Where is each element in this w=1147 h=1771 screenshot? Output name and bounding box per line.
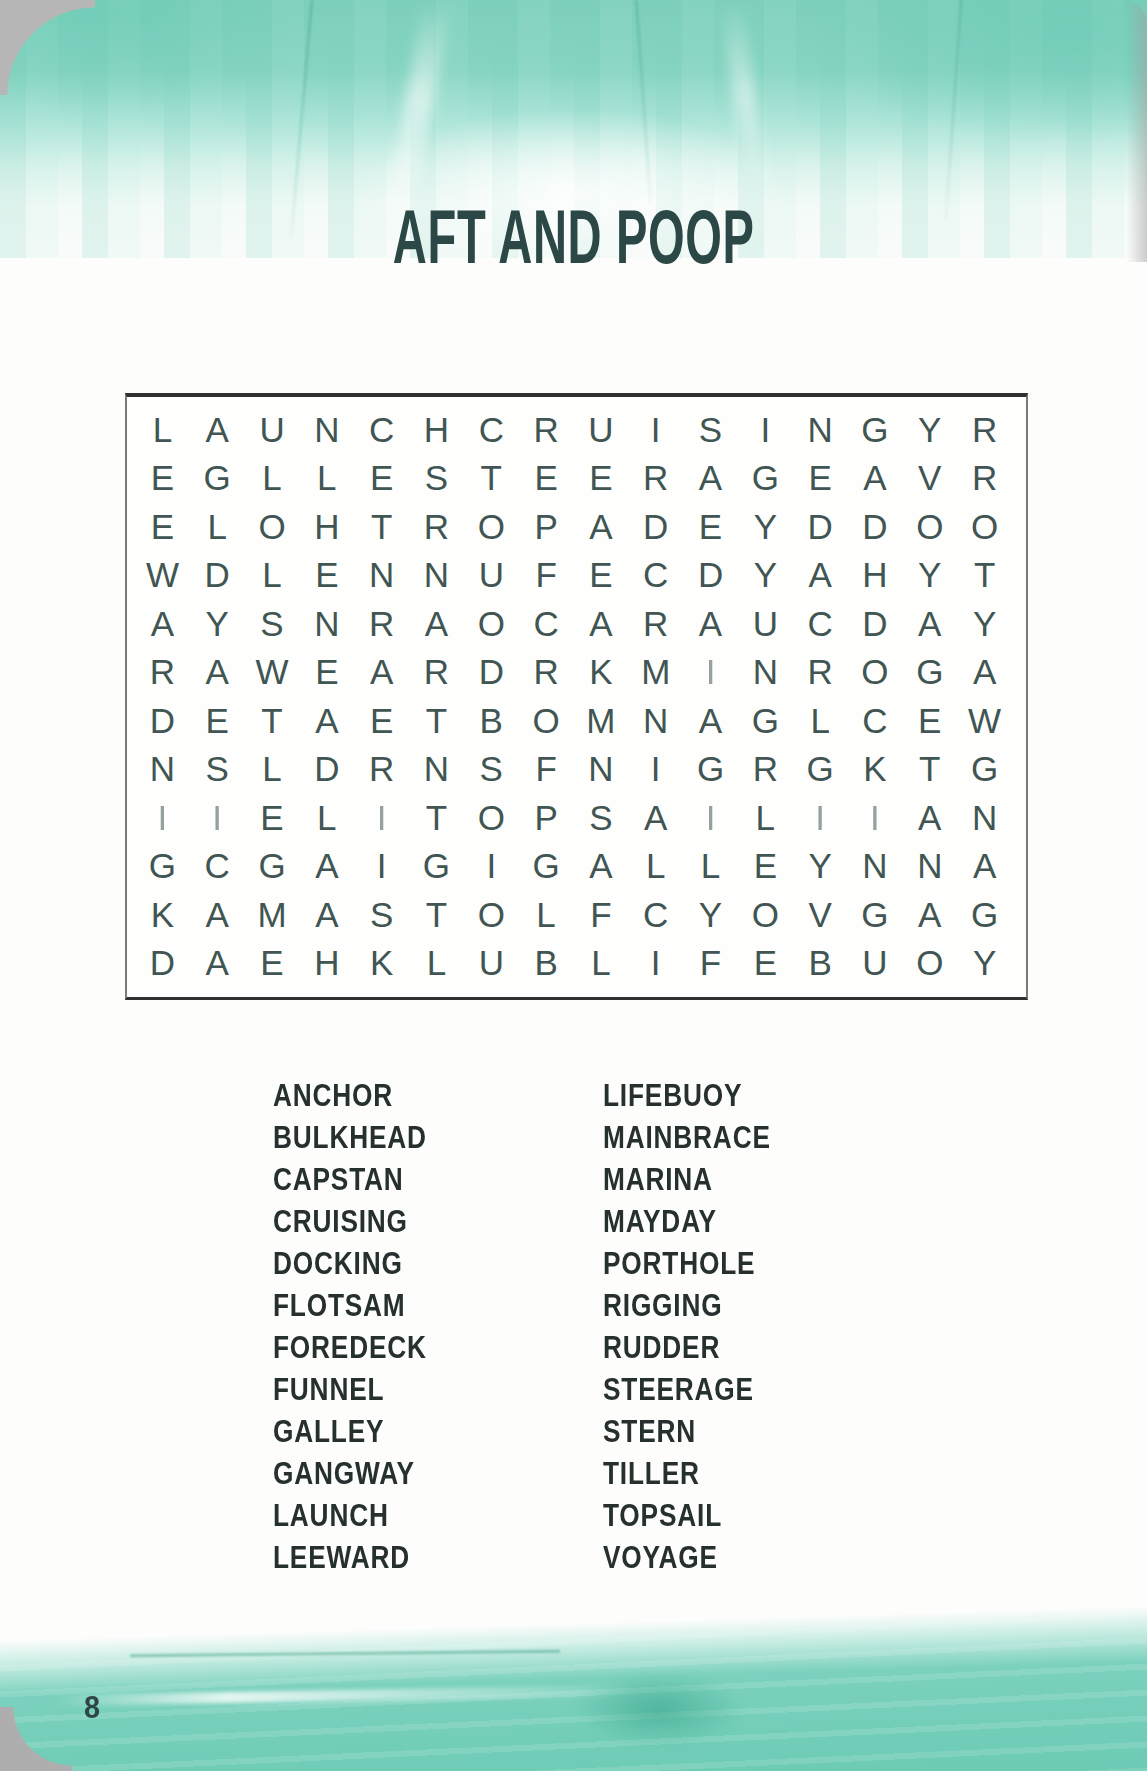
grid-cell-r3c13[interactable]: D bbox=[793, 502, 848, 551]
grid-cell-r6c13[interactable]: R bbox=[793, 648, 848, 697]
grid-cell-r11c1[interactable]: K bbox=[135, 890, 190, 939]
word-search-grid: LAUNCHCRUISINGYREGLLESTEERAGEAVRELOHTROP… bbox=[125, 393, 1028, 1000]
grid-cell-r12c14[interactable]: U bbox=[848, 939, 903, 988]
grid-cell-r10c16[interactable]: A bbox=[957, 842, 1012, 891]
grid-cell-r3c14[interactable]: D bbox=[848, 502, 903, 551]
grid-cell-r8c13[interactable]: G bbox=[793, 745, 848, 794]
grid-cell-r7c6[interactable]: T bbox=[409, 696, 464, 745]
grid-cell-r2c4[interactable]: L bbox=[299, 454, 354, 503]
grid-cell-r12c6[interactable]: L bbox=[409, 939, 464, 988]
grid-cell-r7c10[interactable]: N bbox=[628, 696, 683, 745]
grid-cell-r8c6[interactable]: N bbox=[409, 745, 464, 794]
grid-cell-r3c2[interactable]: L bbox=[190, 502, 245, 551]
word-list-item[interactable]: GALLEY bbox=[273, 1410, 544, 1452]
word-list-item[interactable]: MARINA bbox=[603, 1158, 874, 1200]
scan-corner-top-left bbox=[0, 0, 95, 95]
word-list-item[interactable]: MAYDAY bbox=[603, 1200, 874, 1242]
grid-cell-r9c5[interactable]: I bbox=[354, 793, 409, 842]
grid-cell-r2c12[interactable]: G bbox=[738, 454, 793, 503]
grid-cell-r2c8[interactable]: E bbox=[519, 454, 574, 503]
grid-cell-r10c11[interactable]: L bbox=[683, 842, 738, 891]
grid-cell-r1c6[interactable]: H bbox=[409, 405, 464, 454]
grid-cell-r6c5[interactable]: A bbox=[354, 648, 409, 697]
grid-cell-r7c14[interactable]: C bbox=[848, 696, 903, 745]
grid-cell-r8c12[interactable]: R bbox=[738, 745, 793, 794]
grid-cell-r9c1[interactable]: I bbox=[135, 793, 190, 842]
grid-cell-r12c12[interactable]: E bbox=[738, 939, 793, 988]
grid-cell-r5c16[interactable]: Y bbox=[957, 599, 1012, 648]
grid-cell-r10c15[interactable]: N bbox=[902, 842, 957, 891]
grid-cell-r9c7[interactable]: O bbox=[464, 793, 519, 842]
watercolor-swirl bbox=[552, 1662, 767, 1757]
grid-cell-r1c8[interactable]: R bbox=[519, 405, 574, 454]
grid-cell-r11c8[interactable]: L bbox=[519, 890, 574, 939]
grid-cell-r7c4[interactable]: A bbox=[299, 696, 354, 745]
grid-cell-r10c14[interactable]: N bbox=[848, 842, 903, 891]
grid-cell-r2c6[interactable]: S bbox=[409, 454, 464, 503]
grid-cell-r12c10[interactable]: I bbox=[628, 939, 683, 988]
grid-cell-r10c13[interactable]: Y bbox=[793, 842, 848, 891]
word-list-column-right: LIFEBUOYMAINBRACEMARINAMAYDAYPORTHOLERIG… bbox=[603, 1074, 933, 1578]
word-list-item[interactable]: ANCHOR bbox=[273, 1074, 544, 1116]
grid-cell-r3c1[interactable]: E bbox=[135, 502, 190, 551]
grid-cell-r8c8[interactable]: F bbox=[519, 745, 574, 794]
grid-cell-r8c9[interactable]: N bbox=[574, 745, 629, 794]
word-list-item[interactable]: RUDDER bbox=[603, 1326, 874, 1368]
grid-cell-r2c3[interactable]: L bbox=[245, 454, 300, 503]
grid-cell-r11c14[interactable]: G bbox=[848, 890, 903, 939]
grid-cell-r4c6[interactable]: N bbox=[409, 551, 464, 600]
grid-cell-r5c1[interactable]: A bbox=[135, 599, 190, 648]
grid-cell-r3c4[interactable]: H bbox=[299, 502, 354, 551]
grid-cell-r6c15[interactable]: G bbox=[902, 648, 957, 697]
grid-cell-r1c12[interactable]: I bbox=[738, 405, 793, 454]
grid-cell-r4c13[interactable]: A bbox=[793, 551, 848, 600]
word-list-item[interactable]: MAINBRACE bbox=[603, 1116, 874, 1158]
grid-cell-r1c11[interactable]: S bbox=[683, 405, 738, 454]
grid-cell-r12c1[interactable]: D bbox=[135, 939, 190, 988]
grid-cell-r1c2[interactable]: A bbox=[190, 405, 245, 454]
grid-cell-r2c16[interactable]: R bbox=[957, 454, 1012, 503]
grid-cell-r10c9[interactable]: A bbox=[574, 842, 629, 891]
word-list-item[interactable]: CRUISING bbox=[273, 1200, 544, 1242]
word-list: ANCHORBULKHEADCAPSTANCRUISINGDOCKINGFLOT… bbox=[273, 1074, 933, 1578]
grid-cell-r11c2[interactable]: A bbox=[190, 890, 245, 939]
grid-cell-r9c9[interactable]: S bbox=[574, 793, 629, 842]
grid-cell-r10c2[interactable]: C bbox=[190, 842, 245, 891]
grid-cell-r8c7[interactable]: S bbox=[464, 745, 519, 794]
grid-cell-r9c16[interactable]: N bbox=[957, 793, 1012, 842]
grid-cell-r9c8[interactable]: P bbox=[519, 793, 574, 842]
grid-cell-r3c3[interactable]: O bbox=[245, 502, 300, 551]
puzzle-title: AFT AND POOP bbox=[0, 199, 1147, 275]
grid-cell-r4c11[interactable]: D bbox=[683, 551, 738, 600]
grid-cell-r9c10[interactable]: A bbox=[628, 793, 683, 842]
grid-cell-r6c12[interactable]: N bbox=[738, 648, 793, 697]
grid-cell-r4c9[interactable]: E bbox=[574, 551, 629, 600]
scanned-puzzle-page: AFT AND POOP LAUNCHCRUISINGYREGLLESTEERA… bbox=[0, 0, 1147, 1771]
grid-cell-r12c7[interactable]: U bbox=[464, 939, 519, 988]
grid-cell-r1c9[interactable]: U bbox=[574, 405, 629, 454]
grid-cell-r5c4[interactable]: N bbox=[299, 599, 354, 648]
grid-cell-r5c2[interactable]: Y bbox=[190, 599, 245, 648]
grid-cell-r8c10[interactable]: I bbox=[628, 745, 683, 794]
grid-cell-r2c2[interactable]: G bbox=[190, 454, 245, 503]
grid-cell-r12c13[interactable]: B bbox=[793, 939, 848, 988]
word-list-item[interactable]: VOYAGE bbox=[603, 1536, 874, 1578]
grid-cell-r6c8[interactable]: R bbox=[519, 648, 574, 697]
grid-cell-r3c6[interactable]: R bbox=[409, 502, 464, 551]
grid-cell-r12c11[interactable]: F bbox=[683, 939, 738, 988]
grid-cell-r7c12[interactable]: G bbox=[738, 696, 793, 745]
grid-cell-r7c3[interactable]: T bbox=[245, 696, 300, 745]
word-list-item[interactable]: FOREDECK bbox=[273, 1326, 544, 1368]
grid-cell-r6c14[interactable]: O bbox=[848, 648, 903, 697]
grid-cell-r10c4[interactable]: A bbox=[299, 842, 354, 891]
grid-cell-r9c11[interactable]: I bbox=[683, 793, 738, 842]
grid-cell-r3c16[interactable]: O bbox=[957, 502, 1012, 551]
grid-cell-r5c7[interactable]: O bbox=[464, 599, 519, 648]
grid-cell-r11c16[interactable]: G bbox=[957, 890, 1012, 939]
grid-cell-r10c6[interactable]: G bbox=[409, 842, 464, 891]
grid-cell-r6c3[interactable]: W bbox=[245, 648, 300, 697]
grid-cell-r2c1[interactable]: E bbox=[135, 454, 190, 503]
grid-cell-r4c2[interactable]: D bbox=[190, 551, 245, 600]
grid-cell-r2c7[interactable]: T bbox=[464, 454, 519, 503]
grid-cell-r1c16[interactable]: R bbox=[957, 405, 1012, 454]
grid-cell-r8c2[interactable]: S bbox=[190, 745, 245, 794]
grid-cell-r11c12[interactable]: O bbox=[738, 890, 793, 939]
grid-cell-r7c7[interactable]: B bbox=[464, 696, 519, 745]
grid-cell-r11c4[interactable]: A bbox=[299, 890, 354, 939]
grid-cell-r5c8[interactable]: C bbox=[519, 599, 574, 648]
grid-cell-r4c4[interactable]: E bbox=[299, 551, 354, 600]
grid-cell-r5c3[interactable]: S bbox=[245, 599, 300, 648]
grid-cell-r1c10[interactable]: I bbox=[628, 405, 683, 454]
grid-cell-r10c12[interactable]: E bbox=[738, 842, 793, 891]
grid-cell-r5c9[interactable]: A bbox=[574, 599, 629, 648]
word-list-item[interactable]: TILLER bbox=[603, 1452, 874, 1494]
grid-cell-r8c11[interactable]: G bbox=[683, 745, 738, 794]
grid-cell-r9c3[interactable]: E bbox=[245, 793, 300, 842]
grid-cell-r4c1[interactable]: W bbox=[135, 551, 190, 600]
grid-cell-r7c11[interactable]: A bbox=[683, 696, 738, 745]
grid-cell-r5c13[interactable]: C bbox=[793, 599, 848, 648]
word-list-item[interactable]: FLOTSAM bbox=[273, 1284, 544, 1326]
grid-cell-r10c8[interactable]: G bbox=[519, 842, 574, 891]
grid-cell-r2c9[interactable]: E bbox=[574, 454, 629, 503]
grid-cell-r11c3[interactable]: M bbox=[245, 890, 300, 939]
grid-cell-r1c1[interactable]: L bbox=[135, 405, 190, 454]
grid-cell-r11c7[interactable]: O bbox=[464, 890, 519, 939]
grid-cell-r2c10[interactable]: R bbox=[628, 454, 683, 503]
word-list-item[interactable]: STEERAGE bbox=[603, 1368, 874, 1410]
grid-cell-r8c16[interactable]: G bbox=[957, 745, 1012, 794]
grid-cell-r7c5[interactable]: E bbox=[354, 696, 409, 745]
word-list-item[interactable]: PORTHOLE bbox=[603, 1242, 874, 1284]
grid-cell-r3c15[interactable]: O bbox=[902, 502, 957, 551]
grid-cell-r3c8[interactable]: P bbox=[519, 502, 574, 551]
grid-cell-r9c14[interactable]: I bbox=[848, 793, 903, 842]
grid-cell-r12c8[interactable]: B bbox=[519, 939, 574, 988]
grid-cell-r12c15[interactable]: O bbox=[902, 939, 957, 988]
word-list-item[interactable]: GANGWAY bbox=[273, 1452, 544, 1494]
grid-cell-r2c5[interactable]: E bbox=[354, 454, 409, 503]
grid-cell-r9c15[interactable]: A bbox=[902, 793, 957, 842]
grid-cell-r11c6[interactable]: T bbox=[409, 890, 464, 939]
grid-cell-r4c7[interactable]: U bbox=[464, 551, 519, 600]
grid-cell-r1c4[interactable]: N bbox=[299, 405, 354, 454]
grid-cell-r6c2[interactable]: A bbox=[190, 648, 245, 697]
grid-cell-r7c8[interactable]: O bbox=[519, 696, 574, 745]
grid-cell-r7c9[interactable]: M bbox=[574, 696, 629, 745]
grid-cell-r11c11[interactable]: Y bbox=[683, 890, 738, 939]
grid-cell-r10c10[interactable]: L bbox=[628, 842, 683, 891]
grid-cell-r10c5[interactable]: I bbox=[354, 842, 409, 891]
grid-cell-r3c10[interactable]: D bbox=[628, 502, 683, 551]
word-list-column-left: ANCHORBULKHEADCAPSTANCRUISINGDOCKINGFLOT… bbox=[273, 1074, 603, 1578]
grid-cell-r6c7[interactable]: D bbox=[464, 648, 519, 697]
grid-cell-r7c1[interactable]: D bbox=[135, 696, 190, 745]
grid-cell-r9c4[interactable]: L bbox=[299, 793, 354, 842]
word-list-item[interactable]: RIGGING bbox=[603, 1284, 874, 1326]
grid-cell-r12c2[interactable]: A bbox=[190, 939, 245, 988]
grid-cell-r12c3[interactable]: E bbox=[245, 939, 300, 988]
grid-cell-r11c10[interactable]: C bbox=[628, 890, 683, 939]
word-list-item[interactable]: STERN bbox=[603, 1410, 874, 1452]
grid-cell-r6c10[interactable]: M bbox=[628, 648, 683, 697]
scan-edge-top-right bbox=[1123, 0, 1147, 262]
grid-cell-r4c5[interactable]: N bbox=[354, 551, 409, 600]
word-list-item[interactable]: TOPSAIL bbox=[603, 1494, 874, 1536]
grid-cell-r8c1[interactable]: N bbox=[135, 745, 190, 794]
grid-cell-r6c1[interactable]: R bbox=[135, 648, 190, 697]
grid-cell-r9c2[interactable]: I bbox=[190, 793, 245, 842]
grid-cell-r6c16[interactable]: A bbox=[957, 648, 1012, 697]
grid-cell-r1c3[interactable]: U bbox=[245, 405, 300, 454]
word-list-item[interactable]: LAUNCH bbox=[273, 1494, 544, 1536]
word-list-item[interactable]: LEEWARD bbox=[273, 1536, 544, 1578]
grid-cell-r3c9[interactable]: A bbox=[574, 502, 629, 551]
grid-cell-r3c5[interactable]: T bbox=[354, 502, 409, 551]
grid-cell-r3c7[interactable]: O bbox=[464, 502, 519, 551]
grid-cell-r4c15[interactable]: Y bbox=[902, 551, 957, 600]
grid-cell-r1c13[interactable]: N bbox=[793, 405, 848, 454]
grid-cell-r11c5[interactable]: S bbox=[354, 890, 409, 939]
grid-cell-r2c15[interactable]: V bbox=[902, 454, 957, 503]
word-list-item[interactable]: CAPSTAN bbox=[273, 1158, 544, 1200]
word-list-item[interactable]: BULKHEAD bbox=[273, 1116, 544, 1158]
grid-cell-r7c16[interactable]: W bbox=[957, 696, 1012, 745]
grid-cell-r4c14[interactable]: H bbox=[848, 551, 903, 600]
grid-cell-r3c11[interactable]: E bbox=[683, 502, 738, 551]
grid-cell-r12c4[interactable]: H bbox=[299, 939, 354, 988]
grid-cell-r5c10[interactable]: R bbox=[628, 599, 683, 648]
grid-cell-r9c6[interactable]: T bbox=[409, 793, 464, 842]
scan-corner-bottom-left bbox=[0, 1707, 72, 1771]
grid-cell-r10c3[interactable]: G bbox=[245, 842, 300, 891]
grid-cell-r9c13[interactable]: I bbox=[793, 793, 848, 842]
grid-cell-r4c10[interactable]: C bbox=[628, 551, 683, 600]
grid-cell-r6c6[interactable]: R bbox=[409, 648, 464, 697]
word-list-item[interactable]: DOCKING bbox=[273, 1242, 544, 1284]
grid-cell-r1c15[interactable]: Y bbox=[902, 405, 957, 454]
grid-cell-r2c13[interactable]: E bbox=[793, 454, 848, 503]
grid-cell-r1c14[interactable]: G bbox=[848, 405, 903, 454]
word-list-item[interactable]: LIFEBUOY bbox=[603, 1074, 874, 1116]
grid-cell-r3c12[interactable]: Y bbox=[738, 502, 793, 551]
grid-cell-r7c15[interactable]: E bbox=[902, 696, 957, 745]
grid-cell-r1c5[interactable]: C bbox=[354, 405, 409, 454]
grid-cell-r6c11[interactable]: I bbox=[683, 648, 738, 697]
grid-cell-r8c14[interactable]: K bbox=[848, 745, 903, 794]
grid-cell-r11c13[interactable]: V bbox=[793, 890, 848, 939]
grid-cell-r6c9[interactable]: K bbox=[574, 648, 629, 697]
grid-cell-r6c4[interactable]: E bbox=[299, 648, 354, 697]
grid-cell-r2c14[interactable]: A bbox=[848, 454, 903, 503]
grid-cell-r8c4[interactable]: D bbox=[299, 745, 354, 794]
grid-cell-r4c12[interactable]: Y bbox=[738, 551, 793, 600]
word-list-item[interactable]: FUNNEL bbox=[273, 1368, 544, 1410]
grid-cell-r5c11[interactable]: A bbox=[683, 599, 738, 648]
grid-cell-r5c5[interactable]: R bbox=[354, 599, 409, 648]
grid-cell-r7c2[interactable]: E bbox=[190, 696, 245, 745]
grid-cell-r11c15[interactable]: A bbox=[902, 890, 957, 939]
grid-cell-r12c5[interactable]: K bbox=[354, 939, 409, 988]
grid-cell-r5c6[interactable]: A bbox=[409, 599, 464, 648]
grid-cell-r11c9[interactable]: F bbox=[574, 890, 629, 939]
grid-cell-r5c15[interactable]: A bbox=[902, 599, 957, 648]
grid-cell-r4c8[interactable]: F bbox=[519, 551, 574, 600]
grid-cell-r2c11[interactable]: A bbox=[683, 454, 738, 503]
grid-cell-r5c12[interactable]: U bbox=[738, 599, 793, 648]
grid-cell-r9c12[interactable]: L bbox=[738, 793, 793, 842]
grid-cell-r1c7[interactable]: C bbox=[464, 405, 519, 454]
grid-cell-r8c5[interactable]: R bbox=[354, 745, 409, 794]
grid-cell-r4c3[interactable]: L bbox=[245, 551, 300, 600]
grid-cell-r12c16[interactable]: Y bbox=[957, 939, 1012, 988]
grid-cell-r10c1[interactable]: G bbox=[135, 842, 190, 891]
grid-cell-r10c7[interactable]: I bbox=[464, 842, 519, 891]
grid-cell-r8c15[interactable]: T bbox=[902, 745, 957, 794]
page-number: 8 bbox=[84, 1689, 100, 1726]
grid-cell-r4c16[interactable]: T bbox=[957, 551, 1012, 600]
grid-cell-r7c13[interactable]: L bbox=[793, 696, 848, 745]
grid-cell-r8c3[interactable]: L bbox=[245, 745, 300, 794]
grid-cell-r12c9[interactable]: L bbox=[574, 939, 629, 988]
grid-cell-r5c14[interactable]: D bbox=[848, 599, 903, 648]
